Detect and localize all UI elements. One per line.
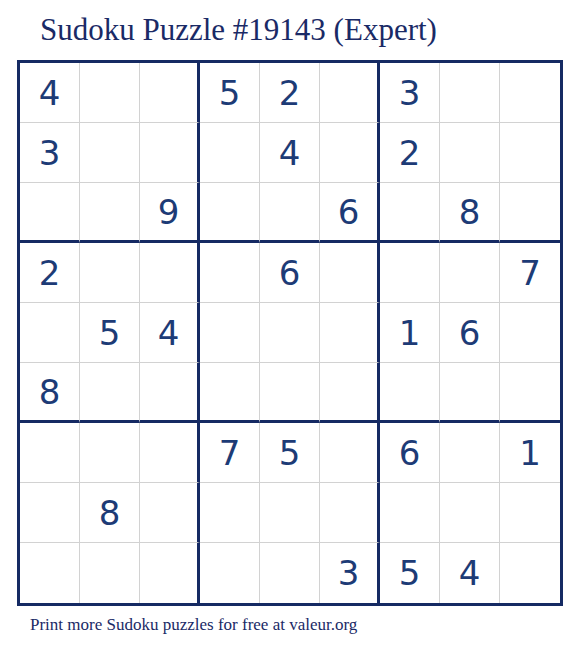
sudoku-cell[interactable] xyxy=(140,243,200,303)
sudoku-cell[interactable]: 2 xyxy=(20,243,80,303)
sudoku-cell[interactable] xyxy=(200,183,260,243)
sudoku-cell[interactable] xyxy=(140,363,200,423)
sudoku-cell[interactable] xyxy=(200,363,260,423)
sudoku-cell[interactable] xyxy=(260,363,320,423)
sudoku-cell[interactable] xyxy=(500,123,560,183)
sudoku-cell[interactable]: 1 xyxy=(380,303,440,363)
sudoku-cell[interactable]: 7 xyxy=(200,423,260,483)
sudoku-cell[interactable] xyxy=(140,123,200,183)
sudoku-cell[interactable]: 8 xyxy=(20,363,80,423)
sudoku-cell[interactable]: 8 xyxy=(80,483,140,543)
sudoku-cell[interactable] xyxy=(20,543,80,603)
sudoku-cell[interactable]: 6 xyxy=(260,243,320,303)
sudoku-cell[interactable] xyxy=(440,423,500,483)
sudoku-cell[interactable]: 1 xyxy=(500,423,560,483)
sudoku-cell[interactable] xyxy=(380,483,440,543)
sudoku-cell[interactable] xyxy=(260,303,320,363)
sudoku-cell[interactable] xyxy=(380,243,440,303)
sudoku-cell[interactable] xyxy=(440,123,500,183)
sudoku-cell[interactable] xyxy=(320,303,380,363)
sudoku-cell[interactable]: 6 xyxy=(380,423,440,483)
sudoku-cell[interactable] xyxy=(80,363,140,423)
sudoku-cell[interactable]: 2 xyxy=(380,123,440,183)
sudoku-cell[interactable] xyxy=(260,183,320,243)
sudoku-cell[interactable] xyxy=(20,423,80,483)
sudoku-cell[interactable]: 3 xyxy=(20,123,80,183)
footer-text: Print more Sudoku puzzles for free at va… xyxy=(30,615,357,635)
sudoku-cell[interactable] xyxy=(140,543,200,603)
sudoku-cell[interactable]: 5 xyxy=(80,303,140,363)
sudoku-cell[interactable] xyxy=(140,63,200,123)
sudoku-cell[interactable] xyxy=(500,483,560,543)
sudoku-cell[interactable] xyxy=(80,543,140,603)
sudoku-cell[interactable] xyxy=(200,483,260,543)
sudoku-cell[interactable] xyxy=(200,303,260,363)
sudoku-page: Sudoku Puzzle #19143 (Expert) 4523342968… xyxy=(0,0,580,651)
sudoku-cell[interactable]: 4 xyxy=(140,303,200,363)
sudoku-cell[interactable] xyxy=(380,363,440,423)
sudoku-cell[interactable] xyxy=(140,483,200,543)
sudoku-cell[interactable] xyxy=(200,123,260,183)
sudoku-cell[interactable] xyxy=(20,303,80,363)
sudoku-cell[interactable] xyxy=(440,483,500,543)
sudoku-cell[interactable]: 8 xyxy=(440,183,500,243)
sudoku-cell[interactable]: 4 xyxy=(440,543,500,603)
sudoku-cell[interactable]: 5 xyxy=(380,543,440,603)
sudoku-grid: 45233429682675416875618354 xyxy=(17,60,563,606)
sudoku-cell[interactable] xyxy=(320,123,380,183)
sudoku-cell[interactable] xyxy=(500,63,560,123)
page-title: Sudoku Puzzle #19143 (Expert) xyxy=(40,12,437,48)
sudoku-cell[interactable] xyxy=(80,63,140,123)
sudoku-cell[interactable] xyxy=(440,63,500,123)
sudoku-cell[interactable] xyxy=(440,243,500,303)
sudoku-cell[interactable]: 3 xyxy=(320,543,380,603)
sudoku-cell[interactable]: 6 xyxy=(320,183,380,243)
sudoku-cell[interactable] xyxy=(200,243,260,303)
sudoku-cell[interactable]: 4 xyxy=(260,123,320,183)
sudoku-cell[interactable] xyxy=(320,63,380,123)
sudoku-cell[interactable]: 5 xyxy=(200,63,260,123)
sudoku-cell[interactable] xyxy=(260,543,320,603)
sudoku-cell[interactable] xyxy=(80,423,140,483)
sudoku-cell[interactable] xyxy=(320,423,380,483)
sudoku-cell[interactable]: 7 xyxy=(500,243,560,303)
sudoku-cell[interactable] xyxy=(260,483,320,543)
sudoku-cell[interactable]: 6 xyxy=(440,303,500,363)
sudoku-cell[interactable]: 3 xyxy=(380,63,440,123)
sudoku-cell[interactable] xyxy=(80,243,140,303)
sudoku-cell[interactable]: 9 xyxy=(140,183,200,243)
sudoku-cell[interactable] xyxy=(320,363,380,423)
sudoku-cell[interactable]: 5 xyxy=(260,423,320,483)
sudoku-cell[interactable] xyxy=(440,363,500,423)
sudoku-cell[interactable] xyxy=(140,423,200,483)
sudoku-cell[interactable] xyxy=(500,303,560,363)
sudoku-cell[interactable]: 2 xyxy=(260,63,320,123)
sudoku-cell[interactable] xyxy=(20,183,80,243)
sudoku-cell[interactable] xyxy=(320,243,380,303)
sudoku-cell[interactable] xyxy=(500,183,560,243)
sudoku-cell[interactable] xyxy=(80,123,140,183)
sudoku-cell[interactable] xyxy=(380,183,440,243)
sudoku-cell[interactable] xyxy=(320,483,380,543)
sudoku-cell[interactable] xyxy=(200,543,260,603)
sudoku-cell[interactable]: 4 xyxy=(20,63,80,123)
sudoku-cell[interactable] xyxy=(500,543,560,603)
sudoku-cell[interactable] xyxy=(20,483,80,543)
sudoku-cell[interactable] xyxy=(500,363,560,423)
sudoku-cell[interactable] xyxy=(80,183,140,243)
